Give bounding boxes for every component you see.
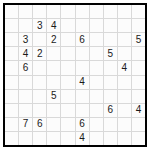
cell-r8c10[interactable]: 4 bbox=[132, 104, 145, 117]
cell-r10c10[interactable] bbox=[132, 132, 145, 145]
cell-r10c9[interactable] bbox=[118, 132, 131, 145]
cell-r5c1[interactable] bbox=[5, 61, 18, 74]
cell-r3c6[interactable]: 6 bbox=[76, 33, 89, 46]
cell-r10c5[interactable] bbox=[61, 132, 74, 145]
cell-r8c5[interactable] bbox=[61, 104, 74, 117]
cell-r3c8[interactable] bbox=[104, 33, 117, 46]
cell-r3c10[interactable]: 5 bbox=[132, 33, 145, 46]
cell-r7c8[interactable] bbox=[104, 90, 117, 103]
cell-r2c4[interactable]: 4 bbox=[47, 19, 60, 32]
cell-r7c3[interactable] bbox=[33, 90, 46, 103]
cell-r8c3[interactable] bbox=[33, 104, 46, 117]
cell-r9c8[interactable] bbox=[104, 118, 117, 131]
cell-r1c6[interactable] bbox=[76, 5, 89, 18]
cell-r7c1[interactable] bbox=[5, 90, 18, 103]
cell-r8c7[interactable] bbox=[90, 104, 103, 117]
cell-r3c1[interactable] bbox=[5, 33, 18, 46]
cell-r10c8[interactable] bbox=[104, 132, 117, 145]
cell-r1c2[interactable] bbox=[19, 5, 32, 18]
cell-r9c3[interactable]: 6 bbox=[33, 118, 46, 131]
cell-r7c9[interactable] bbox=[118, 90, 131, 103]
cell-r10c4[interactable] bbox=[47, 132, 60, 145]
cell-r1c3[interactable] bbox=[33, 5, 46, 18]
cell-r10c6[interactable]: 4 bbox=[76, 132, 89, 145]
cell-r2c3[interactable]: 3 bbox=[33, 19, 46, 32]
cell-r7c4[interactable]: 5 bbox=[47, 90, 60, 103]
cell-r1c1[interactable] bbox=[5, 5, 18, 18]
cell-r4c6[interactable] bbox=[76, 47, 89, 60]
puzzle-board: 3432654256445647664 bbox=[3, 3, 147, 147]
cell-r8c9[interactable] bbox=[118, 104, 131, 117]
cell-r5c8[interactable] bbox=[104, 61, 117, 74]
cell-r2c10[interactable] bbox=[132, 19, 145, 32]
cell-r10c2[interactable] bbox=[19, 132, 32, 145]
cell-r6c1[interactable] bbox=[5, 76, 18, 89]
cell-r9c10[interactable] bbox=[132, 118, 145, 131]
cell-r6c9[interactable] bbox=[118, 76, 131, 89]
cell-r6c2[interactable] bbox=[19, 76, 32, 89]
cell-r7c5[interactable] bbox=[61, 90, 74, 103]
cell-r1c7[interactable] bbox=[90, 5, 103, 18]
cell-r2c7[interactable] bbox=[90, 19, 103, 32]
cell-r5c5[interactable] bbox=[61, 61, 74, 74]
cell-r6c7[interactable] bbox=[90, 76, 103, 89]
cell-r7c10[interactable] bbox=[132, 90, 145, 103]
cell-r5c4[interactable] bbox=[47, 61, 60, 74]
cell-r10c3[interactable] bbox=[33, 132, 46, 145]
cell-r6c10[interactable] bbox=[132, 76, 145, 89]
cell-r8c4[interactable] bbox=[47, 104, 60, 117]
cell-r1c9[interactable] bbox=[118, 5, 131, 18]
cell-r5c2[interactable]: 6 bbox=[19, 61, 32, 74]
cell-r5c10[interactable] bbox=[132, 61, 145, 74]
cell-r4c9[interactable] bbox=[118, 47, 131, 60]
cell-r2c9[interactable] bbox=[118, 19, 131, 32]
cell-r10c7[interactable] bbox=[90, 132, 103, 145]
cell-r6c3[interactable] bbox=[33, 76, 46, 89]
cell-r4c2[interactable]: 4 bbox=[19, 47, 32, 60]
cell-r9c4[interactable] bbox=[47, 118, 60, 131]
cell-r4c3[interactable]: 2 bbox=[33, 47, 46, 60]
cell-r10c1[interactable] bbox=[5, 132, 18, 145]
cell-r4c4[interactable] bbox=[47, 47, 60, 60]
cell-r3c5[interactable] bbox=[61, 33, 74, 46]
cell-r5c3[interactable] bbox=[33, 61, 46, 74]
cell-r3c3[interactable] bbox=[33, 33, 46, 46]
cell-r4c8[interactable]: 5 bbox=[104, 47, 117, 60]
cell-r9c6[interactable]: 6 bbox=[76, 118, 89, 131]
cell-r8c8[interactable]: 6 bbox=[104, 104, 117, 117]
cell-r1c10[interactable] bbox=[132, 5, 145, 18]
cell-r4c1[interactable] bbox=[5, 47, 18, 60]
cell-r2c1[interactable] bbox=[5, 19, 18, 32]
cell-r4c7[interactable] bbox=[90, 47, 103, 60]
cell-r4c5[interactable] bbox=[61, 47, 74, 60]
cell-r3c9[interactable] bbox=[118, 33, 131, 46]
cell-r8c6[interactable] bbox=[76, 104, 89, 117]
cell-r4c10[interactable] bbox=[132, 47, 145, 60]
cell-r2c6[interactable] bbox=[76, 19, 89, 32]
cell-r8c1[interactable] bbox=[5, 104, 18, 117]
cell-r1c4[interactable] bbox=[47, 5, 60, 18]
cell-r3c7[interactable] bbox=[90, 33, 103, 46]
cell-r5c9[interactable]: 4 bbox=[118, 61, 131, 74]
cell-r5c6[interactable] bbox=[76, 61, 89, 74]
cell-r3c4[interactable]: 2 bbox=[47, 33, 60, 46]
cell-r9c5[interactable] bbox=[61, 118, 74, 131]
cell-r1c8[interactable] bbox=[104, 5, 117, 18]
cell-r5c7[interactable] bbox=[90, 61, 103, 74]
cell-r9c7[interactable] bbox=[90, 118, 103, 131]
cell-r7c6[interactable] bbox=[76, 90, 89, 103]
cell-r2c8[interactable] bbox=[104, 19, 117, 32]
cell-r9c2[interactable]: 7 bbox=[19, 118, 32, 131]
cell-r7c2[interactable] bbox=[19, 90, 32, 103]
cell-r6c8[interactable] bbox=[104, 76, 117, 89]
cell-r8c2[interactable] bbox=[19, 104, 32, 117]
cell-r9c1[interactable] bbox=[5, 118, 18, 131]
cell-r2c2[interactable] bbox=[19, 19, 32, 32]
cell-r6c5[interactable] bbox=[61, 76, 74, 89]
cell-r3c2[interactable]: 3 bbox=[19, 33, 32, 46]
cell-r6c4[interactable] bbox=[47, 76, 60, 89]
cell-r9c9[interactable] bbox=[118, 118, 131, 131]
cell-r6c6[interactable]: 4 bbox=[76, 76, 89, 89]
cell-r2c5[interactable] bbox=[61, 19, 74, 32]
cell-r7c7[interactable] bbox=[90, 90, 103, 103]
cell-r1c5[interactable] bbox=[61, 5, 74, 18]
